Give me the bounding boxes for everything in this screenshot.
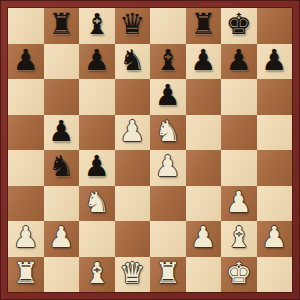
white-bishop[interactable]: ♝: [226, 223, 252, 252]
square-c3[interactable]: ♞: [79, 186, 115, 222]
square-b5[interactable]: ♟: [44, 115, 80, 151]
square-c8[interactable]: ♝: [79, 8, 115, 44]
square-d3[interactable]: [115, 186, 151, 222]
white-queen[interactable]: ♛: [119, 259, 145, 288]
square-c1[interactable]: ♝: [79, 257, 115, 293]
square-a5[interactable]: [8, 115, 44, 151]
square-f8[interactable]: ♜: [186, 8, 222, 44]
square-b4[interactable]: ♞: [44, 150, 80, 186]
black-pawn[interactable]: ♟: [190, 46, 216, 75]
square-g4[interactable]: [221, 150, 257, 186]
square-h7[interactable]: ♟: [257, 44, 293, 80]
square-f7[interactable]: ♟: [186, 44, 222, 80]
square-g1[interactable]: ♚: [221, 257, 257, 293]
square-f4[interactable]: [186, 150, 222, 186]
board-frame: ♜♝♛♜♚♟♟♞♝♟♟♟♟♟♟♞♞♟♟♞♟♟♟♟♝♟♜♝♛♜♚: [0, 0, 300, 300]
black-pawn[interactable]: ♟: [261, 46, 287, 75]
square-b6[interactable]: [44, 79, 80, 115]
square-f3[interactable]: [186, 186, 222, 222]
square-b8[interactable]: ♜: [44, 8, 80, 44]
square-d1[interactable]: ♛: [115, 257, 151, 293]
square-d4[interactable]: [115, 150, 151, 186]
square-d7[interactable]: ♞: [115, 44, 151, 80]
square-a8[interactable]: [8, 8, 44, 44]
white-knight[interactable]: ♞: [84, 188, 110, 217]
square-c4[interactable]: ♟: [79, 150, 115, 186]
black-pawn[interactable]: ♟: [84, 46, 110, 75]
white-king[interactable]: ♚: [226, 259, 252, 288]
black-rook[interactable]: ♜: [190, 10, 216, 39]
square-e4[interactable]: ♟: [150, 150, 186, 186]
square-f5[interactable]: [186, 115, 222, 151]
square-c5[interactable]: [79, 115, 115, 151]
square-a4[interactable]: [8, 150, 44, 186]
black-pawn[interactable]: ♟: [84, 152, 110, 181]
square-a6[interactable]: [8, 79, 44, 115]
square-e7[interactable]: ♝: [150, 44, 186, 80]
square-b3[interactable]: [44, 186, 80, 222]
square-f2[interactable]: ♟: [186, 221, 222, 257]
square-a2[interactable]: ♟: [8, 221, 44, 257]
square-g8[interactable]: ♚: [221, 8, 257, 44]
square-h6[interactable]: [257, 79, 293, 115]
square-h3[interactable]: [257, 186, 293, 222]
square-d2[interactable]: [115, 221, 151, 257]
square-e6[interactable]: ♟: [150, 79, 186, 115]
square-f1[interactable]: [186, 257, 222, 293]
square-e5[interactable]: ♞: [150, 115, 186, 151]
black-queen[interactable]: ♛: [119, 10, 145, 39]
square-g7[interactable]: ♟: [221, 44, 257, 80]
square-a3[interactable]: [8, 186, 44, 222]
white-rook[interactable]: ♜: [13, 259, 39, 288]
square-h1[interactable]: [257, 257, 293, 293]
white-pawn[interactable]: ♟: [261, 223, 287, 252]
square-f6[interactable]: [186, 79, 222, 115]
square-c7[interactable]: ♟: [79, 44, 115, 80]
white-pawn[interactable]: ♟: [155, 152, 181, 181]
square-e3[interactable]: [150, 186, 186, 222]
square-h4[interactable]: [257, 150, 293, 186]
square-h5[interactable]: [257, 115, 293, 151]
square-b7[interactable]: [44, 44, 80, 80]
square-b1[interactable]: [44, 257, 80, 293]
black-pawn[interactable]: ♟: [13, 46, 39, 75]
square-d6[interactable]: [115, 79, 151, 115]
white-pawn[interactable]: ♟: [190, 223, 216, 252]
square-g3[interactable]: ♟: [221, 186, 257, 222]
black-pawn[interactable]: ♟: [226, 46, 252, 75]
white-pawn[interactable]: ♟: [119, 117, 145, 146]
square-g6[interactable]: [221, 79, 257, 115]
square-g2[interactable]: ♝: [221, 221, 257, 257]
square-e2[interactable]: [150, 221, 186, 257]
black-bishop[interactable]: ♝: [155, 46, 181, 75]
white-knight[interactable]: ♞: [155, 117, 181, 146]
black-bishop[interactable]: ♝: [84, 10, 110, 39]
square-h2[interactable]: ♟: [257, 221, 293, 257]
white-rook[interactable]: ♜: [155, 259, 181, 288]
chess-board: ♜♝♛♜♚♟♟♞♝♟♟♟♟♟♟♞♞♟♟♞♟♟♟♟♝♟♜♝♛♜♚: [8, 8, 292, 292]
square-d8[interactable]: ♛: [115, 8, 151, 44]
square-a1[interactable]: ♜: [8, 257, 44, 293]
square-h8[interactable]: [257, 8, 293, 44]
black-rook[interactable]: ♜: [48, 10, 74, 39]
black-pawn[interactable]: ♟: [48, 117, 74, 146]
square-g5[interactable]: [221, 115, 257, 151]
black-knight[interactable]: ♞: [119, 46, 145, 75]
square-b2[interactable]: ♟: [44, 221, 80, 257]
black-knight[interactable]: ♞: [48, 152, 74, 181]
square-e8[interactable]: [150, 8, 186, 44]
square-e1[interactable]: ♜: [150, 257, 186, 293]
black-pawn[interactable]: ♟: [155, 81, 181, 110]
square-d5[interactable]: ♟: [115, 115, 151, 151]
square-a7[interactable]: ♟: [8, 44, 44, 80]
square-c2[interactable]: [79, 221, 115, 257]
square-c6[interactable]: [79, 79, 115, 115]
white-pawn[interactable]: ♟: [226, 188, 252, 217]
white-pawn[interactable]: ♟: [48, 223, 74, 252]
black-king[interactable]: ♚: [226, 10, 252, 39]
white-bishop[interactable]: ♝: [84, 259, 110, 288]
white-pawn[interactable]: ♟: [13, 223, 39, 252]
